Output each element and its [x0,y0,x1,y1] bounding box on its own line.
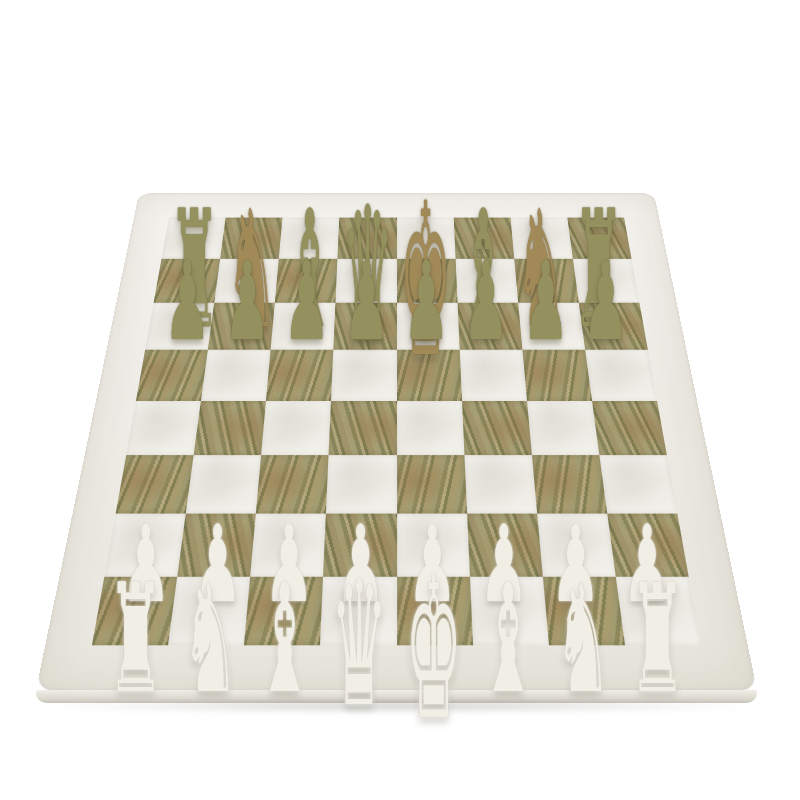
piece-green-pawn-h7[interactable]: ♟ [606,288,653,301]
square-g4[interactable] [527,401,599,455]
piece-white-rook-h1[interactable]: ♜ [657,619,714,636]
square-a4[interactable] [126,401,201,455]
square-b4[interactable] [194,401,266,455]
chess-set-photo: ♜♞♝♛♚♝♞♜♟♟♟♟♟♟♟♟♟♟♟♟♟♟♟♟♜♞♝♛♚♝♞♜ [0,0,800,800]
square-c4[interactable] [261,401,331,455]
square-d4[interactable] [329,401,397,455]
square-f4[interactable] [462,401,532,455]
square-e4[interactable] [397,401,465,455]
square-h4[interactable] [592,401,667,455]
